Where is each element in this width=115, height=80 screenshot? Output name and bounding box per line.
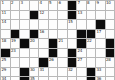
grid-cell-r8c6[interactable] (49, 68, 58, 77)
grid-cell-r7c2[interactable] (11, 58, 20, 67)
grid-cell-r2c7[interactable] (58, 11, 67, 20)
black-cell-r4c9 (77, 30, 86, 39)
grid-cell-r6c2[interactable]: 23 (11, 49, 20, 58)
grid-cell-r6c3[interactable] (20, 49, 29, 58)
clue-number-30: 30 (30, 68, 34, 72)
black-cell-r8c3 (20, 68, 29, 77)
grid-cell-r7c7[interactable] (58, 58, 67, 67)
grid-cell-r1c6[interactable]: 5 (49, 1, 58, 10)
grid-cell-r5c5[interactable] (39, 39, 48, 48)
grid-cell-r1c9[interactable]: 7 (77, 1, 86, 10)
grid-cell-r2c9[interactable]: 13 (77, 11, 86, 20)
grid-cell-r1c1[interactable]: 1 (1, 1, 10, 10)
grid-cell-r5c1[interactable]: 18 (1, 39, 10, 48)
black-cell-r4c2 (11, 30, 20, 39)
grid-cell-r4c7[interactable] (58, 30, 67, 39)
grid-cell-r2c2[interactable] (11, 11, 20, 20)
clue-number-13: 13 (78, 11, 82, 15)
black-cell-r1c8 (68, 1, 77, 10)
grid-cell-r1c3[interactable]: 3 (20, 1, 29, 10)
grid-cell-r6c7[interactable] (58, 49, 67, 58)
grid-cell-r2c6[interactable] (49, 11, 58, 20)
clue-number-27: 27 (78, 58, 82, 62)
grid-cell-r9c7[interactable] (58, 77, 67, 80)
clue-number-9: 9 (97, 1, 99, 5)
clue-number-10: 10 (106, 1, 110, 5)
black-cell-r9c3 (20, 77, 29, 80)
clue-number-12: 12 (40, 11, 44, 15)
grid-cell-r4c8[interactable] (68, 30, 77, 39)
grid-cell-r8c5[interactable]: 31 (39, 68, 48, 77)
clue-number-25: 25 (2, 58, 6, 62)
grid-cell-r9c4[interactable]: 35 (30, 77, 39, 80)
grid-cell-r5c11[interactable] (96, 39, 105, 48)
clue-number-17: 17 (97, 30, 101, 34)
grid-cell-r2c1[interactable]: 11 (1, 11, 10, 20)
clue-number-3: 3 (21, 1, 23, 5)
grid-cell-r3c6[interactable] (49, 20, 58, 29)
black-cell-r5c12 (106, 39, 115, 48)
clue-number-23: 23 (11, 49, 15, 53)
grid-cell-r8c9[interactable] (77, 68, 86, 77)
clue-number-6: 6 (59, 1, 61, 5)
grid-cell-r3c8[interactable]: 15 (68, 20, 77, 29)
grid-cell-r8c2[interactable] (11, 68, 20, 77)
grid-cell-r1c4[interactable] (30, 1, 39, 10)
clue-number-14: 14 (2, 20, 6, 24)
grid-cell-r6c9[interactable]: 24 (77, 49, 86, 58)
grid-cell-r2c11[interactable] (96, 11, 105, 20)
grid-cell-r8c11[interactable]: 33 (96, 68, 105, 77)
grid-cell-r4c3[interactable] (20, 30, 29, 39)
clue-number-31: 31 (40, 68, 44, 72)
grid-cell-r3c9[interactable] (77, 20, 86, 29)
grid-cell-r1c10[interactable]: 8 (87, 1, 96, 10)
clue-number-4: 4 (40, 1, 42, 5)
black-cell-r4c4 (30, 30, 39, 39)
grid-cell-r9c12[interactable] (106, 77, 115, 80)
black-cell-r9c10 (87, 77, 96, 80)
grid-cell-r3c12[interactable] (106, 20, 115, 29)
black-cell-r5c6 (49, 39, 58, 48)
clue-number-18: 18 (2, 39, 6, 43)
grid-cell-r2c3[interactable] (20, 11, 29, 20)
grid-cell-r9c6[interactable] (49, 77, 58, 80)
clue-number-1: 1 (2, 1, 4, 5)
black-cell-r2c4 (30, 11, 39, 20)
clue-number-24: 24 (78, 49, 82, 53)
clue-number-5: 5 (49, 1, 51, 5)
grid-cell-r7c11[interactable] (96, 58, 105, 67)
clue-number-29: 29 (2, 68, 6, 72)
grid-cell-r8c12[interactable] (106, 68, 115, 77)
grid-cell-r3c4[interactable] (30, 20, 39, 29)
grid-cell-r6c4[interactable] (30, 49, 39, 58)
clue-number-28: 28 (106, 58, 110, 62)
grid-cell-r3c1[interactable]: 14 (1, 20, 10, 29)
black-cell-r3c11 (96, 20, 105, 29)
grid-cell-r2c5[interactable]: 12 (39, 11, 48, 20)
grid-cell-r7c6[interactable]: 26 (49, 58, 58, 67)
grid-cell-r1c5[interactable]: 4 (39, 1, 48, 10)
black-cell-r6c12 (106, 49, 115, 58)
grid-cell-r6c10[interactable] (87, 49, 96, 58)
grid-cell-r5c4[interactable]: 20 (30, 39, 39, 48)
black-cell-r7c5 (39, 58, 48, 67)
grid-cell-r1c11[interactable]: 9 (96, 1, 105, 10)
black-cell-r5c3 (20, 39, 29, 48)
clue-number-32: 32 (68, 68, 72, 72)
grid-cell-r1c7[interactable]: 6 (58, 1, 67, 10)
grid-cell-r2c12[interactable] (106, 11, 115, 20)
grid-cell-r6c11[interactable] (96, 49, 105, 58)
clue-number-20: 20 (30, 39, 34, 43)
grid-cell-r9c11[interactable]: 36 (96, 77, 105, 80)
clue-number-26: 26 (49, 58, 53, 62)
black-cell-r7c8 (68, 58, 77, 67)
grid-cell-r2c10[interactable] (87, 11, 96, 20)
grid-cell-r5c10[interactable]: 22 (87, 39, 96, 48)
grid-cell-r1c12[interactable]: 10 (106, 1, 115, 10)
black-cell-r4c10 (87, 30, 96, 39)
grid-cell-r5c7[interactable]: 21 (58, 39, 67, 48)
grid-cell-r3c10[interactable] (87, 20, 96, 29)
black-cell-r8c10 (87, 68, 96, 77)
grid-cell-r7c9[interactable]: 27 (77, 58, 86, 67)
black-cell-r2c8 (68, 11, 77, 20)
grid-cell-r3c5[interactable] (39, 20, 48, 29)
grid-cell-r6c5[interactable] (39, 49, 48, 58)
clue-number-2: 2 (11, 1, 13, 5)
grid-cell-r3c2[interactable] (11, 20, 20, 29)
grid-cell-r7c10[interactable] (87, 58, 96, 67)
grid-cell-r7c12[interactable]: 28 (106, 58, 115, 67)
grid-cell-r3c7[interactable] (58, 20, 67, 29)
black-cell-r6c6 (49, 49, 58, 58)
black-cell-r6c1 (1, 49, 10, 58)
grid-cell-r7c4[interactable] (30, 58, 39, 67)
black-cell-r6c8 (68, 49, 77, 58)
grid-cell-r9c5[interactable] (39, 77, 48, 80)
clue-number-19: 19 (11, 39, 15, 43)
grid-cell-r1c2[interactable]: 2 (11, 1, 20, 10)
grid-cell-r8c4[interactable]: 30 (30, 68, 39, 77)
grid-cell-r8c8[interactable]: 32 (68, 68, 77, 77)
clue-number-36: 36 (97, 77, 101, 80)
grid-cell-r9c8[interactable] (68, 77, 77, 80)
clue-number-7: 7 (78, 1, 80, 5)
grid-cell-r4c5[interactable]: 16 (39, 30, 48, 39)
grid-cell-r3c3[interactable] (20, 20, 29, 29)
grid-cell-r7c3[interactable] (20, 58, 29, 67)
grid-cell-r8c1[interactable]: 29 (1, 68, 10, 77)
clue-number-35: 35 (30, 77, 34, 80)
grid-cell-r4c11[interactable]: 17 (96, 30, 105, 39)
clue-number-34: 34 (2, 77, 6, 80)
clue-number-15: 15 (68, 20, 72, 24)
grid-cell-r4c12[interactable] (106, 30, 115, 39)
grid-cell-r5c8[interactable] (68, 39, 77, 48)
crossword-image: 1234567891011121314151617181920212223242… (0, 0, 115, 80)
clue-number-33: 33 (97, 68, 101, 72)
black-cell-r5c9 (77, 39, 86, 48)
crossword-grid: 1234567891011121314151617181920212223242… (0, 0, 115, 80)
grid-cell-r5c2[interactable]: 19 (11, 39, 20, 48)
grid-cell-r8c7[interactable] (58, 68, 67, 77)
clue-number-22: 22 (87, 39, 91, 43)
grid-cell-r4c1[interactable] (1, 30, 10, 39)
clue-number-16: 16 (40, 30, 44, 34)
grid-cell-r9c1[interactable]: 34 (1, 77, 10, 80)
grid-cell-r4c6[interactable] (49, 30, 58, 39)
grid-cell-r9c9[interactable] (77, 77, 86, 80)
grid-cell-r9c2[interactable] (11, 77, 20, 80)
clue-number-21: 21 (59, 39, 63, 43)
grid-cell-r7c1[interactable]: 25 (1, 58, 10, 67)
clue-number-11: 11 (2, 11, 6, 15)
clue-number-8: 8 (87, 1, 89, 5)
